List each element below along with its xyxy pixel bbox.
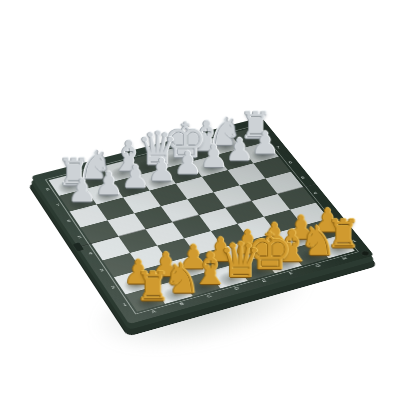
scene: ABCDEFGH1122334455667788 ♜♞♝♛♚♝♞♜♟♟♟♟♟♟♟… [0, 0, 400, 400]
piece-silver-pawn-c7: ♟ [121, 161, 150, 193]
product-photo-canvas: ABCDEFGH1122334455667788 ♜♞♝♛♚♝♞♜♟♟♟♟♟♟♟… [0, 0, 400, 400]
chess-board: ABCDEFGH1122334455667788 ♜♞♝♛♚♝♞♜♟♟♟♟♟♟♟… [31, 117, 374, 324]
piece-silver-pawn-f7: ♟ [199, 140, 227, 171]
piece-gold-rook-a1: ♜ [135, 267, 165, 307]
piece-silver-pawn-g7: ♟ [225, 134, 253, 165]
piece-silver-pawn-a7: ♟ [68, 174, 97, 206]
piece-silver-pawn-e7: ♟ [173, 147, 201, 178]
piece-silver-pawn-d7: ♟ [147, 154, 176, 185]
piece-silver-pawn-b7: ♟ [94, 168, 123, 200]
